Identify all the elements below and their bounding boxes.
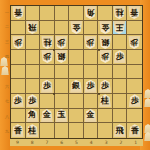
sente-piece-歩[interactable]: 歩 <box>84 80 97 93</box>
square-2五[interactable] <box>113 65 128 80</box>
square-1八[interactable] <box>127 109 142 124</box>
square-8八[interactable]: 角 <box>26 109 41 124</box>
square-3八[interactable] <box>98 109 113 124</box>
sente-piece-金[interactable]: 金 <box>84 109 97 122</box>
square-3一[interactable] <box>98 6 113 21</box>
gote-piece-歩[interactable]: 歩 <box>99 50 112 63</box>
square-2一[interactable]: 桂 <box>113 6 128 21</box>
square-4六[interactable]: 歩 <box>84 79 99 94</box>
sente-piece-歩[interactable]: 歩 <box>128 94 141 107</box>
gote-piece-金[interactable]: 金 <box>99 21 112 34</box>
square-9八[interactable] <box>11 109 26 124</box>
gote-piece-角[interactable]: 角 <box>84 6 97 19</box>
square-5八[interactable] <box>69 109 84 124</box>
square-9九[interactable]: 香 <box>11 123 26 138</box>
gote-piece-金[interactable]: 金 <box>70 21 83 34</box>
square-7五[interactable] <box>40 65 55 80</box>
rank-label-六: 六 <box>5 85 10 89</box>
square-6三[interactable]: 歩 <box>55 35 70 50</box>
square-9四[interactable] <box>11 50 26 65</box>
square-1三[interactable]: 歩 <box>127 35 142 50</box>
square-5四[interactable] <box>69 50 84 65</box>
square-6五[interactable] <box>55 65 70 80</box>
sente-piece-銀[interactable]: 銀 <box>70 80 83 93</box>
square-6七[interactable] <box>55 94 70 109</box>
square-6八[interactable]: 玉 <box>55 109 70 124</box>
square-7七[interactable] <box>40 94 55 109</box>
rank-label-三: 三 <box>5 40 10 44</box>
gote-piece-香[interactable]: 香 <box>128 6 141 19</box>
square-5七[interactable] <box>69 94 84 109</box>
square-2三[interactable] <box>113 35 128 50</box>
sente-piece-玉[interactable]: 玉 <box>55 109 68 122</box>
shogi-board: 香角桂香飛金金王歩桂歩歩銀歩歩銀歩歩歩銀歩歩歩歩桂歩角金玉金香桂飛香 98765… <box>10 5 143 146</box>
square-7一[interactable] <box>40 6 55 21</box>
square-3九[interactable] <box>98 123 113 138</box>
square-8九[interactable]: 桂 <box>26 123 41 138</box>
square-1二[interactable] <box>127 21 142 36</box>
square-3六[interactable]: 歩 <box>98 79 113 94</box>
file-label-1: 1 <box>128 141 143 146</box>
file-label-8: 8 <box>25 141 40 146</box>
sente-piece-歩[interactable]: 歩 <box>26 94 39 107</box>
board-grid[interactable]: 香角桂香飛金金王歩桂歩歩銀歩歩銀歩歩歩銀歩歩歩歩桂歩角金玉金香桂飛香 <box>10 5 143 139</box>
sente-piece-歩[interactable]: 歩 <box>99 80 112 93</box>
square-4三[interactable]: 歩 <box>84 35 99 50</box>
square-5二[interactable]: 金 <box>69 21 84 36</box>
square-4四[interactable] <box>84 50 99 65</box>
square-2六[interactable] <box>113 79 128 94</box>
sente-piece-歩[interactable]: 歩 <box>41 80 54 93</box>
square-7六[interactable]: 歩 <box>40 79 55 94</box>
file-label-4: 4 <box>84 141 99 146</box>
square-9五[interactable] <box>11 65 26 80</box>
square-9二[interactable] <box>11 21 26 36</box>
sente-piece-香[interactable]: 香 <box>12 124 25 137</box>
gote-piece-桂[interactable]: 桂 <box>41 36 54 49</box>
square-7三[interactable]: 桂 <box>40 35 55 50</box>
square-2二[interactable]: 王 <box>113 21 128 36</box>
square-4七[interactable] <box>84 94 99 109</box>
square-6九[interactable] <box>55 123 70 138</box>
file-label-3: 3 <box>99 141 114 146</box>
square-2四[interactable]: 歩 <box>113 50 128 65</box>
square-6四[interactable]: 銀 <box>55 50 70 65</box>
shogi-app-screen: 香角桂香飛金金王歩桂歩歩銀歩歩銀歩歩歩銀歩歩歩歩桂歩角金玉金香桂飛香 98765… <box>0 0 150 150</box>
file-label-9: 9 <box>10 141 25 146</box>
square-9一[interactable]: 香 <box>11 6 26 21</box>
square-3五[interactable] <box>98 65 113 80</box>
rank-label-九: 九 <box>5 130 10 134</box>
square-1六[interactable] <box>127 79 142 94</box>
square-2八[interactable] <box>113 109 128 124</box>
rank-label-一: 一 <box>5 11 10 15</box>
file-label-7: 7 <box>40 141 55 146</box>
gote-piece-歩[interactable]: 歩 <box>84 36 97 49</box>
square-8一[interactable] <box>26 6 41 21</box>
sente-piece-角[interactable]: 角 <box>26 109 39 122</box>
gote-piece-銀[interactable]: 銀 <box>55 50 68 63</box>
square-7四[interactable]: 歩 <box>40 50 55 65</box>
square-5一[interactable] <box>69 6 84 21</box>
square-9三[interactable]: 歩 <box>11 35 26 50</box>
square-4八[interactable]: 金 <box>84 109 99 124</box>
square-4九[interactable] <box>84 123 99 138</box>
gote-piece-歩[interactable]: 歩 <box>128 36 141 49</box>
square-1五[interactable] <box>127 65 142 80</box>
sente-piece-桂[interactable]: 桂 <box>26 124 39 137</box>
gote-piece-香[interactable]: 香 <box>12 6 25 19</box>
gote-komadai <box>0 0 10 150</box>
square-8五[interactable] <box>26 65 41 80</box>
gote-piece-飛[interactable]: 飛 <box>26 21 39 34</box>
square-1四[interactable] <box>127 50 142 65</box>
square-3二[interactable]: 金 <box>98 21 113 36</box>
square-4二[interactable] <box>84 21 99 36</box>
square-8七[interactable]: 歩 <box>26 94 41 109</box>
square-4五[interactable] <box>84 65 99 80</box>
sente-piece-飛[interactable]: 飛 <box>113 124 126 137</box>
sente-piece-歩[interactable]: 歩 <box>12 94 25 107</box>
square-8四[interactable] <box>26 50 41 65</box>
square-5六[interactable]: 銀 <box>69 79 84 94</box>
gote-piece-歩[interactable]: 歩 <box>41 50 54 63</box>
file-label-2: 2 <box>113 141 128 146</box>
square-3七[interactable]: 桂 <box>98 94 113 109</box>
file-label-6: 6 <box>54 141 69 146</box>
square-9七[interactable]: 歩 <box>11 94 26 109</box>
square-5三[interactable] <box>69 35 84 50</box>
square-5五[interactable] <box>69 65 84 80</box>
square-8六[interactable] <box>26 79 41 94</box>
rank-label-二: 二 <box>5 25 10 29</box>
gote-piece-銀[interactable]: 銀 <box>99 36 112 49</box>
square-3四[interactable]: 歩 <box>98 50 113 65</box>
square-2七[interactable] <box>113 94 128 109</box>
gote-piece-歩[interactable]: 歩 <box>55 36 68 49</box>
rank-label-八: 八 <box>5 115 10 119</box>
gote-piece-桂[interactable]: 桂 <box>113 6 126 19</box>
square-2九[interactable]: 飛 <box>113 123 128 138</box>
square-6二[interactable] <box>55 21 70 36</box>
rank-label-七: 七 <box>5 100 10 104</box>
square-7八[interactable]: 金 <box>40 109 55 124</box>
gote-piece-歩[interactable]: 歩 <box>12 36 25 49</box>
square-6一[interactable] <box>55 6 70 21</box>
square-3三[interactable]: 銀 <box>98 35 113 50</box>
square-8二[interactable]: 飛 <box>26 21 41 36</box>
sente-piece-歩[interactable]: 歩 <box>113 50 126 63</box>
sente-piece-桂[interactable]: 桂 <box>99 94 112 107</box>
file-label-5: 5 <box>69 141 84 146</box>
square-4一[interactable]: 角 <box>84 6 99 21</box>
square-8三[interactable] <box>26 35 41 50</box>
square-1七[interactable]: 歩 <box>127 94 142 109</box>
square-7二[interactable] <box>40 21 55 36</box>
square-1一[interactable]: 香 <box>127 6 142 21</box>
square-1九[interactable]: 香 <box>127 123 142 138</box>
square-9六[interactable] <box>11 79 26 94</box>
square-5九[interactable] <box>69 123 84 138</box>
gote-piece-王[interactable]: 王 <box>113 21 126 34</box>
square-6六[interactable] <box>55 79 70 94</box>
star-point <box>98 49 100 51</box>
square-7九[interactable] <box>40 123 55 138</box>
sente-piece-金[interactable]: 金 <box>41 109 54 122</box>
sente-piece-香[interactable]: 香 <box>128 124 141 137</box>
